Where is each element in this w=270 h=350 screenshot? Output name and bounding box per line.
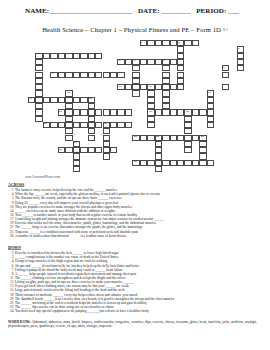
- grid-cell[interactable]: 25: [58, 147, 65, 153]
- grid-cell[interactable]: [88, 135, 95, 141]
- grid-cell[interactable]: [88, 147, 95, 153]
- down-clue-list: 2Exercise is considered by doctors the b…: [8, 251, 262, 313]
- grid-cell[interactable]: [43, 97, 50, 103]
- grid-cell[interactable]: [147, 122, 154, 128]
- grid-cell[interactable]: 19: [43, 122, 50, 128]
- grid-cell[interactable]: [65, 53, 72, 59]
- grid-cell[interactable]: [80, 122, 87, 128]
- grid-cell[interactable]: 9: [50, 72, 57, 78]
- grid-cell[interactable]: [95, 72, 102, 78]
- clue-number: 14: [29, 97, 32, 100]
- grid-cell[interactable]: [184, 160, 191, 166]
- clue-number: 3: [238, 47, 239, 50]
- grid-cell[interactable]: [207, 160, 214, 166]
- grid-cell[interactable]: [65, 72, 72, 78]
- grid-cell[interactable]: [58, 122, 65, 128]
- grid-cell[interactable]: [177, 109, 184, 115]
- name-date-period-line: NAME:_______________________ DATE: _____…: [25, 7, 257, 15]
- grid-cell[interactable]: [73, 53, 80, 59]
- name-blank-line: _______________________: [49, 7, 132, 15]
- date-label: DATE:: [138, 7, 160, 15]
- clue-number: 5: [119, 59, 120, 62]
- clue-number: 6: [134, 59, 135, 62]
- clue-row: 24You don't need any special equipment t…: [8, 309, 262, 313]
- grid-cell[interactable]: [162, 135, 169, 141]
- clue-number: 8: [223, 66, 224, 69]
- grid-cell[interactable]: [177, 160, 184, 166]
- grid-cell[interactable]: [73, 109, 80, 115]
- grid-cell[interactable]: 1: [140, 40, 147, 46]
- clue-number: 26: [134, 160, 137, 163]
- grid-cell[interactable]: [140, 135, 147, 141]
- grid-cell[interactable]: [132, 90, 139, 96]
- grid-cell[interactable]: [80, 72, 87, 78]
- clue-text: You don't need any special equipment to …: [15, 309, 262, 313]
- grid-cell[interactable]: [80, 109, 87, 115]
- grid-cell[interactable]: [50, 97, 57, 103]
- grid-cell[interactable]: [117, 72, 124, 78]
- grid-cell[interactable]: [140, 84, 147, 90]
- clue-number: 1: [141, 41, 142, 44]
- down-heading: DOWN: [8, 245, 262, 250]
- grid-cell[interactable]: [147, 59, 154, 65]
- grid-cell[interactable]: [147, 40, 154, 46]
- clue-number: 7: [163, 59, 164, 62]
- across-clue-list: 1The farmer's carry exercise helps devel…: [8, 188, 262, 238]
- grid-cell[interactable]: [184, 147, 191, 153]
- across-section: ACROSS 1The farmer's carry exercise help…: [8, 182, 262, 238]
- grid-cell[interactable]: [95, 109, 102, 115]
- grid-cell[interactable]: [140, 59, 147, 65]
- grid-cell[interactable]: [125, 84, 132, 90]
- date-blank-line: ________: [162, 7, 191, 15]
- down-section: DOWN 2Exercise is considered by doctors …: [8, 245, 262, 313]
- grid-cell[interactable]: [103, 153, 110, 159]
- clue-number: 4: [37, 53, 38, 56]
- grid-cell[interactable]: [125, 122, 132, 128]
- clue-text: A number of studies show that physical _…: [15, 233, 262, 237]
- worksheet-title: Health Science – Chapter 1 – Physical Fi…: [0, 26, 270, 33]
- grid-cell[interactable]: [88, 53, 95, 59]
- grid-cell[interactable]: [95, 53, 102, 59]
- grid-cell[interactable]: [58, 53, 65, 59]
- grid-cell[interactable]: [117, 109, 124, 115]
- grid-cell[interactable]: [147, 135, 154, 141]
- grid-cell[interactable]: [73, 166, 80, 172]
- grid-cell[interactable]: [170, 109, 177, 115]
- grid-cell[interactable]: [222, 84, 229, 90]
- grid-cell[interactable]: [177, 84, 184, 90]
- clue-number: 20: [104, 122, 107, 125]
- grid-cell[interactable]: [199, 160, 206, 166]
- grid-cell[interactable]: [184, 40, 191, 46]
- clue-number: 16: [59, 110, 62, 113]
- clue-number: 22: [156, 135, 159, 138]
- grid-cell[interactable]: [43, 53, 50, 59]
- grid-cell[interactable]: [80, 53, 87, 59]
- word-bank-label: WORD BANK:: [8, 320, 31, 324]
- period-blank-line: ___: [228, 7, 239, 15]
- grid-cell[interactable]: [170, 84, 177, 90]
- grid-cell[interactable]: [162, 109, 169, 115]
- grid-cell[interactable]: [73, 97, 80, 103]
- clue-number: 21: [134, 135, 137, 138]
- grid-cell[interactable]: [222, 72, 229, 78]
- clue-number: 17: [149, 110, 152, 113]
- grid-cell[interactable]: 5: [117, 59, 124, 65]
- grid-cell[interactable]: [192, 135, 199, 141]
- clue-row: 26A number of studies show that physical…: [8, 233, 262, 237]
- grid-cell[interactable]: [162, 40, 169, 46]
- worksheet-page: NAME:_______________________ DATE: _____…: [0, 0, 270, 350]
- grid-cell[interactable]: [237, 65, 244, 71]
- grid-cell[interactable]: [58, 97, 65, 103]
- grid-cell[interactable]: [73, 72, 80, 78]
- grid-cell[interactable]: [110, 147, 117, 153]
- clue-number: 23: [201, 135, 204, 138]
- grid-cell[interactable]: 26: [132, 160, 139, 166]
- grid-cell[interactable]: 14: [28, 97, 35, 103]
- grid-cell[interactable]: [192, 109, 199, 115]
- grid-cell[interactable]: [73, 122, 80, 128]
- grid-cell[interactable]: [65, 147, 72, 153]
- grid-cell[interactable]: [170, 135, 177, 141]
- grid-cell[interactable]: [117, 122, 124, 128]
- grid-cell[interactable]: [80, 147, 87, 153]
- grid-cell[interactable]: [50, 122, 57, 128]
- grid-cell[interactable]: [170, 59, 177, 65]
- clue-number: 2: [178, 41, 179, 44]
- grid-cell[interactable]: [155, 40, 162, 46]
- period-label: PERIOD:: [196, 7, 226, 15]
- grid-cell[interactable]: [170, 160, 177, 166]
- grid-cell[interactable]: [155, 59, 162, 65]
- grid-cell[interactable]: [88, 72, 95, 78]
- crossword-grid: 1234567891011121314151617181920212223242…: [28, 40, 246, 174]
- grid-cell[interactable]: 16: [58, 109, 65, 115]
- puzzle-credit: www.CrosswordWeaver.com: [25, 175, 60, 178]
- grid-cell[interactable]: [177, 135, 184, 141]
- grid-cell[interactable]: [125, 59, 132, 65]
- clue-number: 13: [208, 91, 211, 94]
- clue-number: 15: [89, 97, 92, 100]
- grid-cell[interactable]: [110, 109, 117, 115]
- grid-cell[interactable]: [147, 160, 154, 166]
- grid-cell[interactable]: [192, 40, 199, 46]
- grid-cell[interactable]: [110, 122, 117, 128]
- clue-number: 24: [74, 141, 77, 144]
- clue-number: 18: [186, 110, 189, 113]
- clue-list-number: 26: [8, 233, 14, 237]
- grid-cell[interactable]: [80, 97, 87, 103]
- grid-cell[interactable]: [58, 72, 65, 78]
- grid-cell[interactable]: [103, 72, 110, 78]
- clue-number: 11: [149, 85, 152, 88]
- grid-cell[interactable]: [95, 122, 102, 128]
- clue-number: 10: [119, 85, 122, 88]
- grid-cell[interactable]: [192, 160, 199, 166]
- clue-number: 19: [44, 122, 47, 125]
- grid-cell[interactable]: [35, 116, 42, 122]
- grid-cell[interactable]: [155, 109, 162, 115]
- grid-cell[interactable]: [170, 40, 177, 46]
- grid-cell[interactable]: [199, 109, 206, 115]
- grid-cell[interactable]: [95, 147, 102, 153]
- grid-cell[interactable]: [125, 109, 132, 115]
- clue-number: 9: [52, 72, 53, 75]
- grid-cell[interactable]: [50, 53, 57, 59]
- grid-cell[interactable]: 10: [117, 84, 124, 90]
- grid-cell[interactable]: [65, 135, 72, 141]
- word-bank-words: Abdominal, abductors, arms, bench, burpe…: [8, 320, 257, 328]
- name-label: NAME:: [25, 7, 49, 15]
- grid-cell[interactable]: 21: [132, 135, 139, 141]
- grid-cell[interactable]: [155, 84, 162, 90]
- grid-cell[interactable]: [103, 109, 110, 115]
- grid-cell[interactable]: [155, 166, 162, 172]
- clue-number: 25: [59, 148, 62, 151]
- grid-cell[interactable]: [207, 122, 214, 128]
- grid-cell[interactable]: [110, 72, 117, 78]
- word-bank-section: WORD BANK: Abdominal, abductors, arms, b…: [8, 320, 262, 328]
- grid-cell[interactable]: [162, 160, 169, 166]
- clue-list-number: 24: [8, 309, 14, 313]
- grid-cell[interactable]: [140, 160, 147, 166]
- clue-number: 12: [67, 91, 70, 94]
- across-heading: ACROSS: [8, 182, 262, 187]
